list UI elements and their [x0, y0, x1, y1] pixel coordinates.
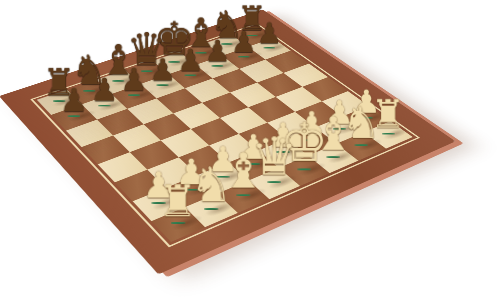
piece-shadow [262, 41, 291, 54]
piece-shadow [81, 84, 113, 98]
black-bishop-c8[interactable]: ♝ [98, 27, 140, 82]
piece-shadow [193, 46, 222, 59]
piece-shadow [166, 55, 196, 68]
square-h8[interactable] [231, 26, 273, 47]
king-glyph: ♚ [154, 16, 195, 62]
felt-base [67, 115, 80, 117]
square-h6[interactable] [265, 51, 309, 73]
bishop-glyph: ♝ [100, 39, 137, 81]
black-knight-g8[interactable]: ♞ [207, 0, 246, 45]
square-a8[interactable] [37, 90, 82, 115]
black-pawn-f7[interactable]: ♟ [197, 13, 238, 67]
felt-base [156, 84, 168, 86]
felt-base [53, 100, 66, 102]
felt-base [128, 94, 141, 96]
piece-shadow [126, 88, 158, 103]
rook-glyph: ♜ [43, 64, 76, 101]
black-pawn-h7[interactable]: ♟ [249, 0, 289, 49]
piece-shadow [51, 94, 83, 109]
black-pawn-d7[interactable]: ♟ [142, 31, 184, 86]
square-e6[interactable] [185, 78, 230, 102]
square-g8[interactable] [206, 34, 248, 55]
pawn-glyph: ♟ [204, 36, 231, 66]
pieces-layer: ♜♞♝♛♚♝♞♜♟♟♟♟♟♟♟♟♟♟♟♟♟♟♟♟♜♞♝♛♚♝♞♜ [0, 10, 456, 275]
black-pawn-g7[interactable]: ♟ [224, 5, 264, 58]
piece-shadow [219, 38, 248, 50]
square-d6[interactable] [157, 88, 203, 113]
chess-photo: Wooden Staunton chess set on a mahogany … [0, 0, 500, 300]
black-rook-h8[interactable]: ♜ [233, 0, 272, 36]
pawn-glyph: ♟ [231, 27, 257, 56]
square-b7[interactable] [82, 94, 127, 120]
pawn-glyph: ♟ [177, 45, 204, 75]
knight-glyph: ♞ [71, 50, 107, 90]
knight-glyph: ♞ [210, 6, 244, 44]
felt-base [83, 89, 96, 91]
square-e7[interactable] [169, 65, 213, 88]
chess-board: ♜♞♝♛♚♝♞♜♟♟♟♟♟♟♟♟♟♟♟♟♟♟♟♟♜♞♝♛♚♝♞♜ [0, 10, 456, 275]
felt-base [168, 61, 180, 63]
black-king-e8[interactable]: ♚ [154, 9, 195, 62]
felt-base [246, 34, 257, 36]
square-c7[interactable] [112, 84, 157, 109]
black-bishop-f8[interactable]: ♝ [181, 1, 221, 54]
black-pawn-e7[interactable]: ♟ [170, 22, 211, 77]
bishop-glyph: ♝ [183, 13, 219, 53]
pawn-glyph: ♟ [149, 55, 176, 86]
piece-shadow [96, 98, 128, 113]
black-knight-b8[interactable]: ♞ [68, 36, 110, 92]
queen-glyph: ♛ [127, 26, 167, 71]
pawn-glyph: ♟ [60, 84, 89, 116]
black-pawn-c7[interactable]: ♟ [113, 40, 156, 96]
piece-shadow [154, 78, 185, 92]
piece-shadow [236, 50, 265, 63]
felt-base [195, 51, 207, 53]
square-g6[interactable] [239, 60, 283, 83]
piece-shadow [210, 59, 240, 72]
felt-base [263, 46, 275, 48]
felt-base [112, 80, 124, 82]
pawn-glyph: ♟ [120, 64, 148, 95]
felt-base [211, 65, 223, 67]
felt-base [98, 104, 111, 106]
square-b8[interactable] [67, 80, 111, 104]
felt-base [221, 43, 233, 45]
square-d7[interactable] [140, 74, 185, 98]
felt-base [141, 70, 153, 72]
black-pawn-b7[interactable]: ♟ [83, 49, 126, 106]
black-queen-d8[interactable]: ♛ [126, 18, 167, 72]
piece-shadow [110, 74, 141, 88]
square-f7[interactable] [196, 56, 240, 79]
felt-base [184, 74, 196, 76]
square-d8[interactable] [125, 61, 169, 84]
piece-shadow [245, 29, 273, 41]
pawn-glyph: ♟ [256, 19, 282, 48]
square-c8[interactable] [96, 70, 140, 94]
square-g7[interactable] [222, 47, 265, 69]
scene: ♜♞♝♛♚♝♞♜♟♟♟♟♟♟♟♟♟♟♟♟♟♟♟♟♜♞♝♛♚♝♞♜ [0, 0, 500, 300]
piece-shadow [182, 69, 213, 83]
piece-shadow [139, 65, 170, 79]
rook-glyph: ♜ [237, 2, 267, 36]
square-f6[interactable] [213, 69, 258, 93]
felt-base [238, 55, 250, 57]
rook-glyph: ♜ [159, 179, 198, 223]
pawn-glyph: ♟ [90, 74, 118, 105]
black-rook-a8[interactable]: ♜ [38, 45, 81, 102]
square-e8[interactable] [153, 52, 196, 74]
white-rook-a1[interactable]: ♜ [153, 158, 204, 225]
black-pawn-a7[interactable]: ♟ [52, 59, 96, 117]
square-h7[interactable] [248, 38, 291, 59]
square-f8[interactable] [180, 43, 223, 65]
